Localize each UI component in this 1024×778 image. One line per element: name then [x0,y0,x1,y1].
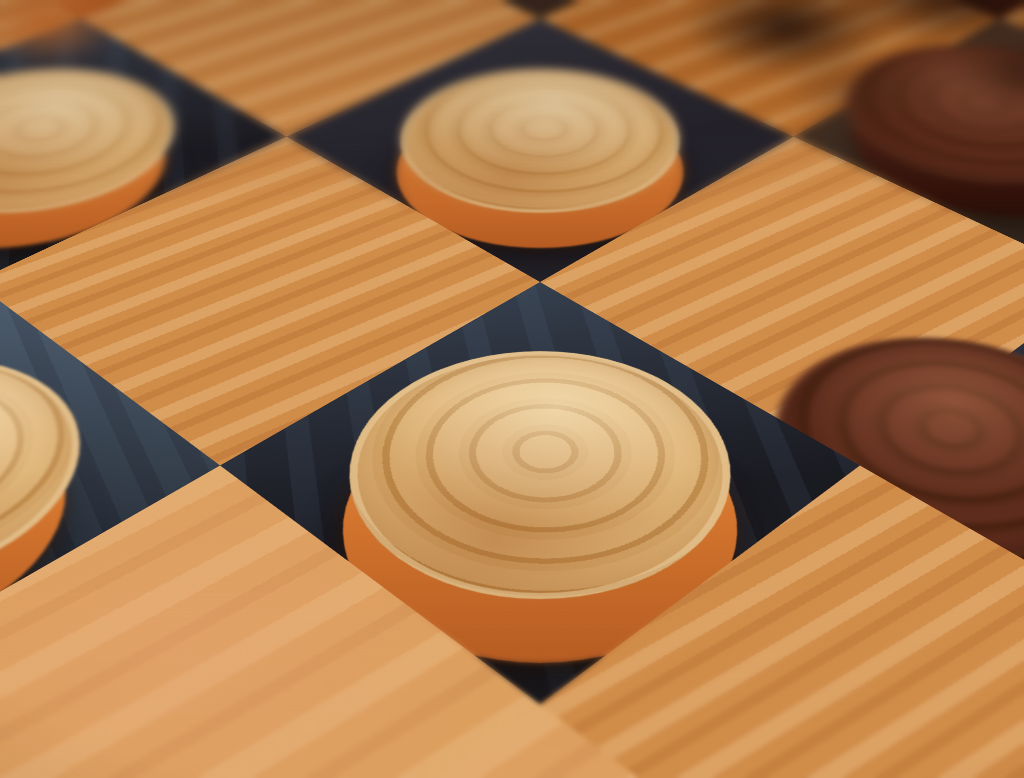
checkers-board: ⛂⛂⛀⛀⛂⛀⛀⛀ [0,0,1024,778]
board-viewport: ⛂⛂⛀⛀⛂⛀⛀⛀ [0,0,1024,778]
board-photo-scene: ⛂⛂⛀⛀⛂⛀⛀⛀ [0,0,1024,778]
